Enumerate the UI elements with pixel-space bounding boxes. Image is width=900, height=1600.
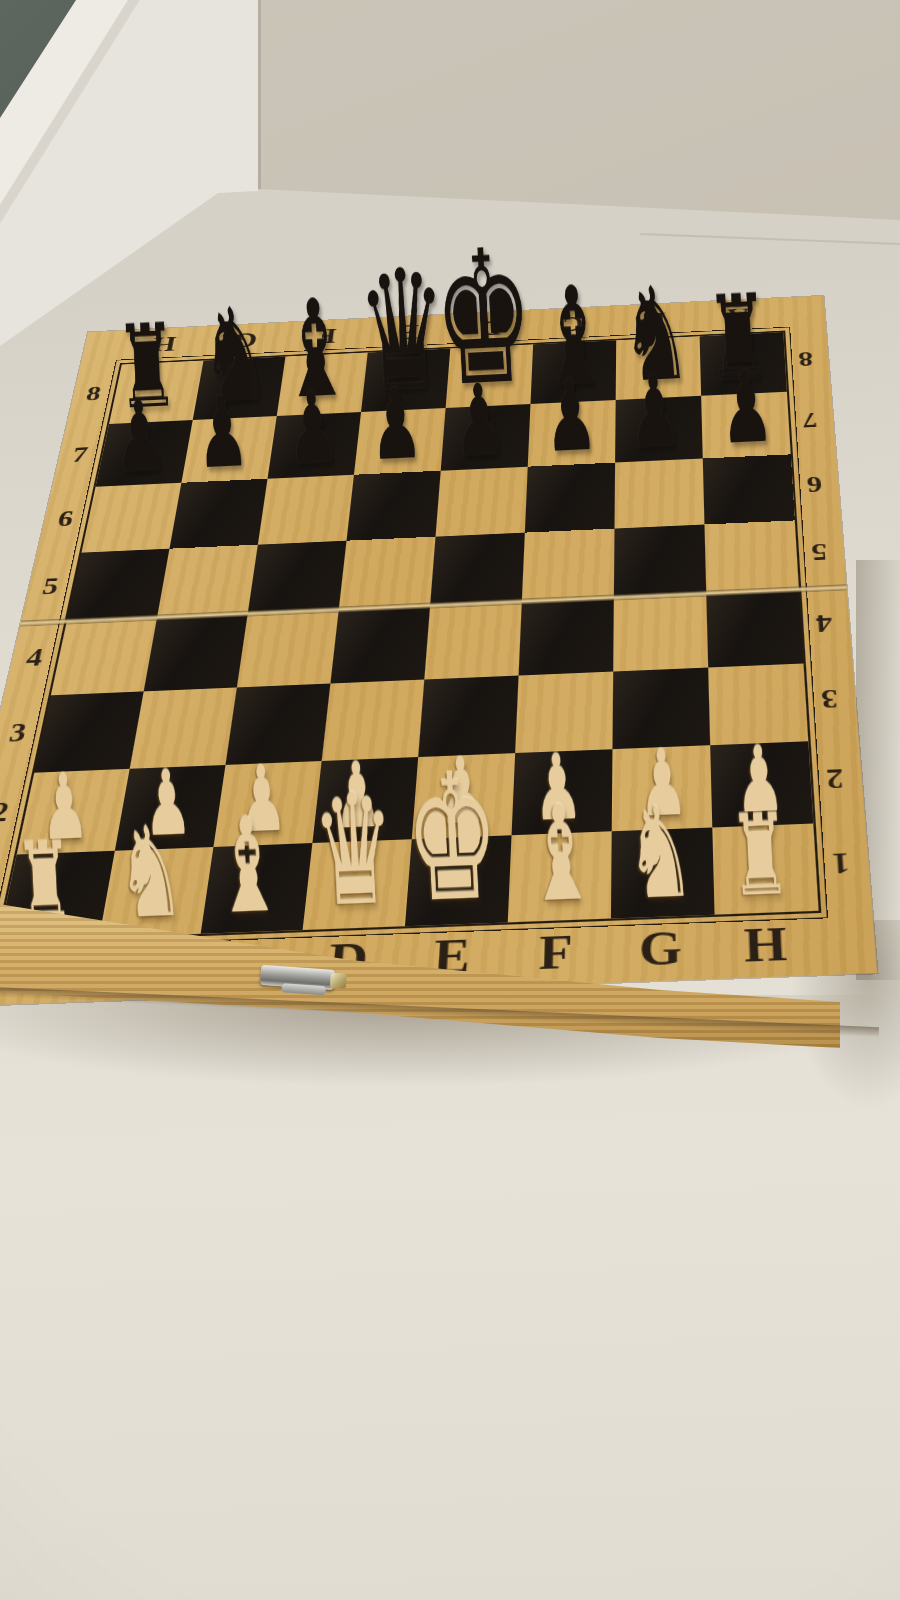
square-a6[interactable] xyxy=(81,483,181,553)
square-g1[interactable]: ♞ xyxy=(611,827,715,918)
piece-white-rook-h1[interactable]: ♜ xyxy=(727,802,792,910)
square-g5[interactable] xyxy=(614,524,706,598)
square-c1[interactable]: ♝ xyxy=(201,843,313,934)
piece-white-bishop-f1[interactable]: ♝ xyxy=(522,791,598,918)
piece-black-pawn-b7[interactable]: ♟ xyxy=(194,385,250,480)
square-a5[interactable] xyxy=(67,549,170,622)
piece-white-king-e1[interactable]: ♚ xyxy=(402,755,503,923)
square-d4[interactable] xyxy=(330,606,430,683)
square-c6[interactable] xyxy=(258,475,354,545)
square-d5[interactable] xyxy=(339,537,436,611)
square-d1[interactable]: ♛ xyxy=(303,839,412,930)
piece-black-pawn-h7[interactable]: ♟ xyxy=(718,360,776,456)
chess-board: HGFEDCBA ABCDEFGH 87654321 87654321 ♜♞♝♛… xyxy=(0,296,877,1008)
square-f4[interactable] xyxy=(519,598,614,675)
square-h6[interactable] xyxy=(703,454,795,524)
rank-label-right-8: 8 xyxy=(781,329,831,391)
piece-white-knight-g1[interactable]: ♞ xyxy=(623,792,697,914)
square-e6[interactable] xyxy=(436,467,528,537)
square-g4[interactable] xyxy=(613,594,708,671)
square-f6[interactable] xyxy=(525,463,615,533)
wall-corner-line xyxy=(258,0,261,195)
clasp-knob xyxy=(330,973,347,989)
square-h4[interactable] xyxy=(706,590,803,668)
square-b6[interactable] xyxy=(169,479,267,549)
square-b4[interactable] xyxy=(144,614,248,691)
piece-black-pawn-c7[interactable]: ♟ xyxy=(284,381,341,476)
piece-black-pawn-f7[interactable]: ♟ xyxy=(542,368,599,464)
square-g7[interactable]: ♟ xyxy=(615,396,703,463)
square-f1[interactable]: ♝ xyxy=(508,831,612,922)
piece-white-knight-b1[interactable]: ♞ xyxy=(114,812,186,933)
square-c5[interactable] xyxy=(248,541,347,614)
square-e4[interactable] xyxy=(424,602,521,679)
board-grid: ♜♞♝♛♚♝♞♜♟♟♟♟♟♟♟♟♟♟♟♟♟♟♟♟♜♞♝♛♚♝♞♜ xyxy=(0,331,821,944)
square-c7[interactable]: ♟ xyxy=(268,412,362,479)
clasp xyxy=(259,965,353,1005)
rank-label-right-7: 7 xyxy=(785,388,836,453)
square-a4[interactable] xyxy=(51,618,157,695)
clasp-hook xyxy=(281,983,326,995)
square-c4[interactable] xyxy=(237,610,339,687)
square-f7[interactable]: ♟ xyxy=(528,400,616,467)
square-h1[interactable]: ♜ xyxy=(712,823,818,914)
piece-black-pawn-d7[interactable]: ♟ xyxy=(368,377,425,472)
piece-black-pawn-e7[interactable]: ♟ xyxy=(451,373,508,468)
piece-white-bishop-c1[interactable]: ♝ xyxy=(210,803,285,929)
piece-white-queen-d1[interactable]: ♛ xyxy=(310,778,399,926)
photo-scene: HGFEDCBA ABCDEFGH 87654321 87654321 ♜♞♝♛… xyxy=(0,0,900,1600)
square-e7[interactable]: ♟ xyxy=(441,404,531,471)
file-label-bottom-H: H xyxy=(712,909,820,979)
square-h7[interactable]: ♟ xyxy=(701,392,791,459)
piece-black-pawn-a7[interactable]: ♟ xyxy=(112,389,168,484)
square-b5[interactable] xyxy=(157,545,258,618)
square-a7[interactable]: ♟ xyxy=(96,420,193,487)
square-b7[interactable]: ♟ xyxy=(181,416,276,483)
file-label-bottom-F: F xyxy=(502,916,608,986)
square-e1[interactable]: ♚ xyxy=(405,835,512,926)
square-d7[interactable]: ♟ xyxy=(354,408,446,475)
square-h5[interactable] xyxy=(704,520,799,594)
square-f5[interactable] xyxy=(522,529,615,603)
square-d6[interactable] xyxy=(347,471,441,541)
square-g6[interactable] xyxy=(614,458,704,528)
rank-label-right-6: 6 xyxy=(788,451,841,519)
square-e5[interactable] xyxy=(430,533,525,607)
piece-black-pawn-g7[interactable]: ♟ xyxy=(626,364,683,460)
file-label-bottom-G: G xyxy=(608,913,714,983)
